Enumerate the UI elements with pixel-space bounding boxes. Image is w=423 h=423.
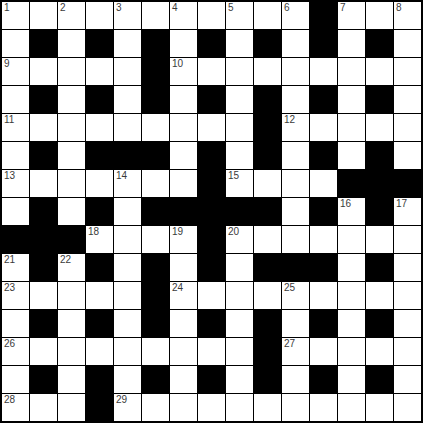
clue-number-6: 6 bbox=[284, 2, 290, 14]
clue-number-17: 17 bbox=[396, 198, 407, 210]
cell-r5c12[interactable] bbox=[338, 142, 365, 169]
cell-r13c2[interactable] bbox=[58, 366, 85, 393]
black-cell-r5c1 bbox=[30, 142, 57, 169]
clue-number-3: 3 bbox=[116, 2, 122, 14]
black-cell-r13c11 bbox=[310, 366, 337, 393]
cell-r3c8[interactable] bbox=[226, 86, 253, 113]
cell-r8c10[interactable] bbox=[282, 226, 309, 253]
black-cell-r3c13 bbox=[366, 86, 393, 113]
black-cell-r7c5 bbox=[142, 198, 169, 225]
black-cell-r11c9 bbox=[254, 310, 281, 337]
clue-number-12: 12 bbox=[284, 114, 295, 126]
cell-r12c6[interactable] bbox=[170, 338, 197, 365]
cell-r3c2[interactable] bbox=[58, 86, 85, 113]
black-cell-r7c6 bbox=[170, 198, 197, 225]
cell-r4c11[interactable] bbox=[310, 114, 337, 141]
cell-r8c9[interactable] bbox=[254, 226, 281, 253]
cell-r3c14[interactable] bbox=[394, 86, 421, 113]
black-cell-r1c7 bbox=[198, 30, 225, 57]
cell-r1c10[interactable] bbox=[282, 30, 309, 57]
cell-r10c7[interactable] bbox=[198, 282, 225, 309]
black-cell-r8c1 bbox=[30, 226, 57, 253]
cell-r6c5[interactable] bbox=[142, 170, 169, 197]
cell-r14c8[interactable] bbox=[226, 394, 253, 421]
clue-number-13: 13 bbox=[4, 170, 15, 182]
cell-r10c4[interactable] bbox=[114, 282, 141, 309]
cell-r10c10[interactable]: 25 bbox=[282, 282, 309, 309]
black-cell-r6c12 bbox=[338, 170, 365, 197]
clue-number-2: 2 bbox=[60, 2, 66, 14]
cell-r13c12[interactable] bbox=[338, 366, 365, 393]
cell-r14c2[interactable] bbox=[58, 394, 85, 421]
black-cell-r9c13 bbox=[366, 254, 393, 281]
cell-r2c8[interactable] bbox=[226, 58, 253, 85]
black-cell-r11c1 bbox=[30, 310, 57, 337]
black-cell-r3c11 bbox=[310, 86, 337, 113]
cell-r13c14[interactable] bbox=[394, 366, 421, 393]
black-cell-r9c11 bbox=[310, 254, 337, 281]
cell-r1c2[interactable] bbox=[58, 30, 85, 57]
cell-r14c12[interactable] bbox=[338, 394, 365, 421]
cell-r0c14[interactable]: 8 bbox=[394, 2, 421, 29]
cell-r8c5[interactable] bbox=[142, 226, 169, 253]
cell-r0c1[interactable] bbox=[30, 2, 57, 29]
cell-r2c14[interactable] bbox=[394, 58, 421, 85]
cell-r5c0[interactable] bbox=[2, 142, 29, 169]
cell-r9c8[interactable] bbox=[226, 254, 253, 281]
cell-r5c8[interactable] bbox=[226, 142, 253, 169]
black-cell-r7c9 bbox=[254, 198, 281, 225]
cell-r4c8[interactable] bbox=[226, 114, 253, 141]
cell-r0c13[interactable] bbox=[366, 2, 393, 29]
black-cell-r11c3 bbox=[86, 310, 113, 337]
clue-number-16: 16 bbox=[340, 198, 351, 210]
cell-r12c12[interactable] bbox=[338, 338, 365, 365]
cell-r4c3[interactable] bbox=[86, 114, 113, 141]
clue-number-4: 4 bbox=[172, 2, 178, 14]
cell-r4c1[interactable] bbox=[30, 114, 57, 141]
black-cell-r9c10 bbox=[282, 254, 309, 281]
black-cell-r1c13 bbox=[366, 30, 393, 57]
cell-r12c13[interactable] bbox=[366, 338, 393, 365]
black-cell-r11c5 bbox=[142, 310, 169, 337]
black-cell-r5c11 bbox=[310, 142, 337, 169]
cell-r12c7[interactable] bbox=[198, 338, 225, 365]
cell-r2c13[interactable] bbox=[366, 58, 393, 85]
cell-r9c0[interactable]: 21 bbox=[2, 254, 29, 281]
cell-r12c5[interactable] bbox=[142, 338, 169, 365]
cell-r11c6[interactable] bbox=[170, 310, 197, 337]
cell-r5c2[interactable] bbox=[58, 142, 85, 169]
cell-r2c3[interactable] bbox=[86, 58, 113, 85]
cell-r2c1[interactable] bbox=[30, 58, 57, 85]
cell-r10c12[interactable] bbox=[338, 282, 365, 309]
clue-number-27: 27 bbox=[284, 338, 295, 350]
black-cell-r1c11 bbox=[310, 30, 337, 57]
black-cell-r6c14 bbox=[394, 170, 421, 197]
black-cell-r7c11 bbox=[310, 198, 337, 225]
black-cell-r1c9 bbox=[254, 30, 281, 57]
cell-r13c6[interactable] bbox=[170, 366, 197, 393]
cell-r6c6[interactable] bbox=[170, 170, 197, 197]
clue-number-24: 24 bbox=[172, 282, 183, 294]
black-cell-r8c7 bbox=[198, 226, 225, 253]
cell-r1c6[interactable] bbox=[170, 30, 197, 57]
cell-r0c8[interactable]: 5 bbox=[226, 2, 253, 29]
cell-r4c2[interactable] bbox=[58, 114, 85, 141]
black-cell-r14c3 bbox=[86, 394, 113, 421]
cell-r3c10[interactable] bbox=[282, 86, 309, 113]
cell-r14c5[interactable] bbox=[142, 394, 169, 421]
cell-r4c7[interactable] bbox=[198, 114, 225, 141]
cell-r13c8[interactable] bbox=[226, 366, 253, 393]
cell-r2c2[interactable] bbox=[58, 58, 85, 85]
clue-number-19: 19 bbox=[172, 226, 183, 238]
cell-r6c11[interactable] bbox=[310, 170, 337, 197]
cell-r12c11[interactable] bbox=[310, 338, 337, 365]
black-cell-r1c3 bbox=[86, 30, 113, 57]
cell-r12c0[interactable]: 26 bbox=[2, 338, 29, 365]
cell-r5c10[interactable] bbox=[282, 142, 309, 169]
black-cell-r5c4 bbox=[114, 142, 141, 169]
cell-r3c6[interactable] bbox=[170, 86, 197, 113]
cell-r7c4[interactable] bbox=[114, 198, 141, 225]
black-cell-r5c7 bbox=[198, 142, 225, 169]
cell-r10c11[interactable] bbox=[310, 282, 337, 309]
clue-number-9: 9 bbox=[4, 58, 10, 70]
cell-r12c1[interactable] bbox=[30, 338, 57, 365]
clue-number-21: 21 bbox=[4, 254, 15, 266]
clue-number-5: 5 bbox=[228, 2, 234, 14]
cell-r5c14[interactable] bbox=[394, 142, 421, 169]
cell-r3c0[interactable] bbox=[2, 86, 29, 113]
cell-r0c7[interactable] bbox=[198, 2, 225, 29]
cell-r14c0[interactable]: 28 bbox=[2, 394, 29, 421]
clue-number-20: 20 bbox=[228, 226, 239, 238]
cell-r14c10[interactable] bbox=[282, 394, 309, 421]
cell-r6c4[interactable]: 14 bbox=[114, 170, 141, 197]
cell-r12c3[interactable] bbox=[86, 338, 113, 365]
black-cell-r1c1 bbox=[30, 30, 57, 57]
clue-number-1: 1 bbox=[4, 2, 10, 14]
cell-r7c0[interactable] bbox=[2, 198, 29, 225]
black-cell-r3c7 bbox=[198, 86, 225, 113]
cell-r11c12[interactable] bbox=[338, 310, 365, 337]
cell-r12c8[interactable] bbox=[226, 338, 253, 365]
black-cell-r6c13 bbox=[366, 170, 393, 197]
cell-r8c3[interactable]: 18 bbox=[86, 226, 113, 253]
cell-r7c14[interactable]: 17 bbox=[394, 198, 421, 225]
black-cell-r9c5 bbox=[142, 254, 169, 281]
cell-r10c9[interactable] bbox=[254, 282, 281, 309]
black-cell-r9c9 bbox=[254, 254, 281, 281]
clue-number-28: 28 bbox=[4, 394, 15, 406]
cell-r11c10[interactable] bbox=[282, 310, 309, 337]
cell-r12c4[interactable] bbox=[114, 338, 141, 365]
clue-number-18: 18 bbox=[88, 226, 99, 238]
black-cell-r9c3 bbox=[86, 254, 113, 281]
black-cell-r13c9 bbox=[254, 366, 281, 393]
cell-r4c5[interactable] bbox=[142, 114, 169, 141]
cell-r4c4[interactable] bbox=[114, 114, 141, 141]
cell-r12c14[interactable] bbox=[394, 338, 421, 365]
cell-r2c4[interactable] bbox=[114, 58, 141, 85]
clue-number-23: 23 bbox=[4, 282, 15, 294]
black-cell-r6c7 bbox=[198, 170, 225, 197]
black-cell-r5c9 bbox=[254, 142, 281, 169]
cell-r11c8[interactable] bbox=[226, 310, 253, 337]
black-cell-r10c5 bbox=[142, 282, 169, 309]
cell-r7c2[interactable] bbox=[58, 198, 85, 225]
crossword-grid: 1234567891011121314151617181920212223242… bbox=[0, 0, 423, 423]
black-cell-r13c7 bbox=[198, 366, 225, 393]
cell-r1c0[interactable] bbox=[2, 30, 29, 57]
cell-r0c2[interactable]: 2 bbox=[58, 2, 85, 29]
cell-r2c6[interactable]: 10 bbox=[170, 58, 197, 85]
black-cell-r7c13 bbox=[366, 198, 393, 225]
black-cell-r9c1 bbox=[30, 254, 57, 281]
black-cell-r11c11 bbox=[310, 310, 337, 337]
black-cell-r7c7 bbox=[198, 198, 225, 225]
clue-number-22: 22 bbox=[60, 254, 71, 266]
cell-r3c4[interactable] bbox=[114, 86, 141, 113]
cell-r1c14[interactable] bbox=[394, 30, 421, 57]
clue-number-10: 10 bbox=[172, 58, 183, 70]
cell-r8c13[interactable] bbox=[366, 226, 393, 253]
cell-r8c14[interactable] bbox=[394, 226, 421, 253]
cell-r8c4[interactable] bbox=[114, 226, 141, 253]
cell-r6c10[interactable] bbox=[282, 170, 309, 197]
black-cell-r0c11 bbox=[310, 2, 337, 29]
cell-r2c10[interactable] bbox=[282, 58, 309, 85]
cell-r6c8[interactable]: 15 bbox=[226, 170, 253, 197]
cell-r3c12[interactable] bbox=[338, 86, 365, 113]
cell-r2c7[interactable] bbox=[198, 58, 225, 85]
cell-r4c0[interactable]: 11 bbox=[2, 114, 29, 141]
cell-r0c4[interactable]: 3 bbox=[114, 2, 141, 29]
cell-r0c6[interactable]: 4 bbox=[170, 2, 197, 29]
black-cell-r8c2 bbox=[58, 226, 85, 253]
clue-number-29: 29 bbox=[116, 394, 127, 406]
cell-r9c12[interactable] bbox=[338, 254, 365, 281]
cell-r10c14[interactable] bbox=[394, 282, 421, 309]
cell-r10c0[interactable]: 23 bbox=[2, 282, 29, 309]
black-cell-r8c0 bbox=[2, 226, 29, 253]
black-cell-r7c1 bbox=[30, 198, 57, 225]
black-cell-r9c7 bbox=[198, 254, 225, 281]
cell-r14c7[interactable] bbox=[198, 394, 225, 421]
clue-number-14: 14 bbox=[116, 170, 127, 182]
cell-r10c3[interactable] bbox=[86, 282, 113, 309]
clue-number-8: 8 bbox=[396, 2, 402, 14]
cell-r10c6[interactable]: 24 bbox=[170, 282, 197, 309]
cell-r11c2[interactable] bbox=[58, 310, 85, 337]
cell-r8c11[interactable] bbox=[310, 226, 337, 253]
cell-r6c2[interactable] bbox=[58, 170, 85, 197]
cell-r9c6[interactable] bbox=[170, 254, 197, 281]
cell-r4c14[interactable] bbox=[394, 114, 421, 141]
cell-r6c0[interactable]: 13 bbox=[2, 170, 29, 197]
cell-r2c0[interactable]: 9 bbox=[2, 58, 29, 85]
cell-r11c0[interactable] bbox=[2, 310, 29, 337]
black-cell-r13c3 bbox=[86, 366, 113, 393]
cell-r12c10[interactable]: 27 bbox=[282, 338, 309, 365]
cell-r1c4[interactable] bbox=[114, 30, 141, 57]
cell-r11c4[interactable] bbox=[114, 310, 141, 337]
cell-r5c6[interactable] bbox=[170, 142, 197, 169]
cell-r14c6[interactable] bbox=[170, 394, 197, 421]
cell-r12c2[interactable] bbox=[58, 338, 85, 365]
black-cell-r11c13 bbox=[366, 310, 393, 337]
cell-r4c13[interactable] bbox=[366, 114, 393, 141]
black-cell-r13c5 bbox=[142, 366, 169, 393]
cell-r8c12[interactable] bbox=[338, 226, 365, 253]
cell-r0c0[interactable]: 1 bbox=[2, 2, 29, 29]
cell-r4c12[interactable] bbox=[338, 114, 365, 141]
cell-r8c8[interactable]: 20 bbox=[226, 226, 253, 253]
black-cell-r4c9 bbox=[254, 114, 281, 141]
black-cell-r5c13 bbox=[366, 142, 393, 169]
cell-r11c14[interactable] bbox=[394, 310, 421, 337]
black-cell-r3c3 bbox=[86, 86, 113, 113]
black-cell-r7c3 bbox=[86, 198, 113, 225]
black-cell-r5c5 bbox=[142, 142, 169, 169]
cell-r13c10[interactable] bbox=[282, 366, 309, 393]
clue-number-15: 15 bbox=[228, 170, 239, 182]
cell-r9c14[interactable] bbox=[394, 254, 421, 281]
cell-r10c13[interactable] bbox=[366, 282, 393, 309]
cell-r0c9[interactable] bbox=[254, 2, 281, 29]
black-cell-r2c5 bbox=[142, 58, 169, 85]
clue-number-11: 11 bbox=[4, 114, 14, 126]
cell-r10c1[interactable] bbox=[30, 282, 57, 309]
cell-r8c6[interactable]: 19 bbox=[170, 226, 197, 253]
black-cell-r13c1 bbox=[30, 366, 57, 393]
cell-r4c6[interactable] bbox=[170, 114, 197, 141]
black-cell-r7c8 bbox=[226, 198, 253, 225]
cell-r6c3[interactable] bbox=[86, 170, 113, 197]
cell-r7c10[interactable] bbox=[282, 198, 309, 225]
cell-r2c12[interactable] bbox=[338, 58, 365, 85]
cell-r13c0[interactable] bbox=[2, 366, 29, 393]
cell-r10c8[interactable] bbox=[226, 282, 253, 309]
black-cell-r13c13 bbox=[366, 366, 393, 393]
black-cell-r3c9 bbox=[254, 86, 281, 113]
cell-r6c1[interactable] bbox=[30, 170, 57, 197]
clue-number-7: 7 bbox=[340, 2, 346, 14]
black-cell-r1c5 bbox=[142, 30, 169, 57]
cell-r1c12[interactable] bbox=[338, 30, 365, 57]
cell-r0c5[interactable] bbox=[142, 2, 169, 29]
cell-r7c12[interactable]: 16 bbox=[338, 198, 365, 225]
cell-r6c9[interactable] bbox=[254, 170, 281, 197]
cell-r1c8[interactable] bbox=[226, 30, 253, 57]
black-cell-r3c5 bbox=[142, 86, 169, 113]
cell-r13c4[interactable] bbox=[114, 366, 141, 393]
cell-r4c10[interactable]: 12 bbox=[282, 114, 309, 141]
black-cell-r3c1 bbox=[30, 86, 57, 113]
black-cell-r5c3 bbox=[86, 142, 113, 169]
black-cell-r12c9 bbox=[254, 338, 281, 365]
cell-r10c2[interactable] bbox=[58, 282, 85, 309]
cell-r9c4[interactable] bbox=[114, 254, 141, 281]
cell-r0c10[interactable]: 6 bbox=[282, 2, 309, 29]
cell-r9c2[interactable]: 22 bbox=[58, 254, 85, 281]
cell-r14c4[interactable]: 29 bbox=[114, 394, 141, 421]
clue-number-26: 26 bbox=[4, 338, 15, 350]
cell-r14c14[interactable] bbox=[394, 394, 421, 421]
cell-r14c13[interactable] bbox=[366, 394, 393, 421]
cell-r14c11[interactable] bbox=[310, 394, 337, 421]
black-cell-r11c7 bbox=[198, 310, 225, 337]
cell-r14c9[interactable] bbox=[254, 394, 281, 421]
cell-r2c11[interactable] bbox=[310, 58, 337, 85]
cell-r0c3[interactable] bbox=[86, 2, 113, 29]
cell-r2c9[interactable] bbox=[254, 58, 281, 85]
cell-r14c1[interactable] bbox=[30, 394, 57, 421]
cell-r0c12[interactable]: 7 bbox=[338, 2, 365, 29]
clue-number-25: 25 bbox=[284, 282, 295, 294]
